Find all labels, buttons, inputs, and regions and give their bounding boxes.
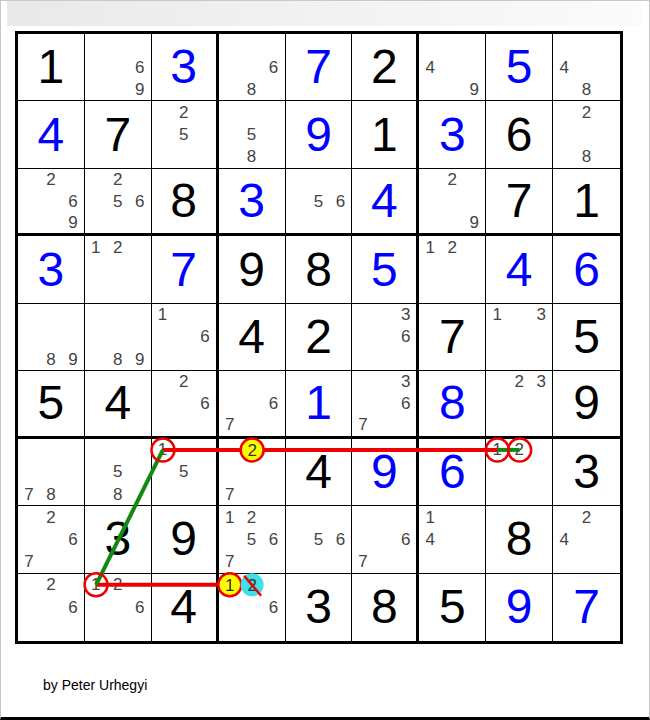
cell-r9c3[interactable]: 4 xyxy=(152,574,219,641)
cell-value: 6 xyxy=(506,111,533,159)
cell-r7c3[interactable]: 15 xyxy=(152,439,219,506)
candidate-9 xyxy=(395,414,416,435)
candidate-9 xyxy=(395,348,416,370)
candidate-7 xyxy=(18,619,40,641)
cell-r5c6[interactable]: 36 xyxy=(352,304,419,371)
cell-r3c5[interactable]: 56 xyxy=(286,169,353,236)
candidate-9: 9 xyxy=(62,348,84,370)
cell-value: 9 xyxy=(573,379,600,427)
candidate-4: 4 xyxy=(419,56,441,78)
candidate-2 xyxy=(441,34,463,56)
cell-value: 7 xyxy=(439,313,466,361)
cell-r7c6[interactable]: 9 xyxy=(352,439,419,506)
candidate-7 xyxy=(486,414,508,435)
candidate-9 xyxy=(129,619,151,641)
cell-r1c3[interactable]: 3 xyxy=(152,34,219,101)
cell-r9c4[interactable]: 6 xyxy=(219,574,286,641)
cell-value: 5 xyxy=(439,583,466,631)
cell-value: 3 xyxy=(439,111,466,159)
cell-r3c8[interactable]: 7 xyxy=(486,169,553,236)
cell-value: 3 xyxy=(573,448,600,496)
cell-r8c3[interactable]: 9 xyxy=(152,506,219,573)
candidate-5: 5 xyxy=(308,528,330,550)
candidate-6 xyxy=(530,393,552,414)
cell-r7c5[interactable]: 4 xyxy=(286,439,353,506)
candidate-8 xyxy=(508,483,530,505)
cell-r5c3[interactable]: 16 xyxy=(152,304,219,371)
cell-value: 7 xyxy=(506,177,533,225)
cell-r4c8[interactable]: 4 xyxy=(486,236,553,303)
cell-value: 8 xyxy=(439,379,466,427)
candidate-1 xyxy=(18,574,40,596)
candidate-8 xyxy=(374,550,395,572)
cell-r8c1[interactable]: 267 xyxy=(18,506,85,573)
candidate-6 xyxy=(598,124,620,146)
cell-r8c4[interactable]: 12567 xyxy=(219,506,286,573)
cell-r3c6[interactable]: 4 xyxy=(352,169,419,236)
candidate-9 xyxy=(329,550,351,572)
candidate-3 xyxy=(194,304,215,326)
cell-r1c7[interactable]: 49 xyxy=(419,34,486,101)
cell-r7c1[interactable]: 78 xyxy=(18,439,85,506)
candidate-3 xyxy=(129,304,151,326)
cell-r2c2[interactable]: 7 xyxy=(85,101,152,168)
candidate-9: 9 xyxy=(129,78,151,100)
cell-r6c4[interactable]: 67 xyxy=(219,371,286,438)
cell-r5c1[interactable]: 89 xyxy=(18,304,85,371)
candidate-1 xyxy=(553,506,575,528)
candidate-3 xyxy=(62,439,84,461)
candidate-7 xyxy=(152,348,173,370)
candidate-8 xyxy=(241,414,263,435)
candidate-grid: 15 xyxy=(152,439,216,505)
candidate-3 xyxy=(129,34,151,56)
candidate-8 xyxy=(40,550,62,572)
candidate-1: 1 xyxy=(419,236,441,258)
candidate-2: 2 xyxy=(575,101,597,123)
candidate-7 xyxy=(553,550,575,572)
candidate-2 xyxy=(308,169,330,190)
candidate-8 xyxy=(441,550,463,572)
candidate-7: 7 xyxy=(352,550,373,572)
candidate-9 xyxy=(194,146,215,168)
cell-value: 1 xyxy=(371,111,398,159)
candidate-7: 7 xyxy=(18,550,40,572)
cell-r3c7[interactable]: 29 xyxy=(419,169,486,236)
cell-r4c6[interactable]: 5 xyxy=(352,236,419,303)
cell-r2c1[interactable]: 4 xyxy=(18,101,85,168)
candidate-grid: 269 xyxy=(18,169,84,233)
candidate-5 xyxy=(374,393,395,414)
candidate-5 xyxy=(508,461,530,483)
cell-value: 8 xyxy=(506,515,533,563)
candidate-2: 2 xyxy=(508,439,530,461)
candidate-4: 4 xyxy=(419,528,441,550)
candidate-grid: 58 xyxy=(85,439,151,505)
cell-r1c2[interactable]: 69 xyxy=(85,34,152,101)
candidate-8: 8 xyxy=(107,483,129,505)
cell-r5c5[interactable]: 2 xyxy=(286,304,353,371)
candidate-3 xyxy=(263,371,285,392)
candidate-2 xyxy=(241,574,263,596)
cell-value: 5 xyxy=(506,43,533,91)
candidate-grid: 89 xyxy=(85,304,151,370)
candidate-grid: 367 xyxy=(352,371,416,435)
candidate-3 xyxy=(62,506,84,528)
candidate-8: 8 xyxy=(241,146,263,168)
candidate-2 xyxy=(441,506,463,528)
candidate-1 xyxy=(85,169,107,190)
candidate-7 xyxy=(18,212,40,233)
cell-r7c9[interactable]: 3 xyxy=(553,439,620,506)
candidate-5 xyxy=(575,56,597,78)
candidate-4 xyxy=(486,326,508,348)
cell-value: 8 xyxy=(305,246,332,294)
candidate-1 xyxy=(219,439,241,461)
candidate-5 xyxy=(107,326,129,348)
candidate-9 xyxy=(263,483,285,505)
candidate-9: 9 xyxy=(463,78,485,100)
candidate-2 xyxy=(107,439,129,461)
cell-r6c2[interactable]: 4 xyxy=(85,371,152,438)
cell-r6c7[interactable]: 8 xyxy=(419,371,486,438)
candidate-1 xyxy=(219,34,241,56)
cell-r2c6[interactable]: 1 xyxy=(352,101,419,168)
candidate-4 xyxy=(352,528,373,550)
candidate-4 xyxy=(286,190,308,211)
cell-r6c8[interactable]: 23 xyxy=(486,371,553,438)
candidate-5: 5 xyxy=(107,190,129,211)
candidate-9 xyxy=(329,212,351,233)
cell-r4c1[interactable]: 3 xyxy=(18,236,85,303)
cell-r5c2[interactable]: 89 xyxy=(85,304,152,371)
candidate-5 xyxy=(241,56,263,78)
cell-r1c9[interactable]: 48 xyxy=(553,34,620,101)
candidate-8 xyxy=(575,550,597,572)
cell-r2c3[interactable]: 25 xyxy=(152,101,219,168)
candidate-1 xyxy=(18,169,40,190)
cell-r9c6[interactable]: 8 xyxy=(352,574,419,641)
candidate-grid: 29 xyxy=(419,169,485,233)
candidate-6 xyxy=(62,326,84,348)
cell-r2c8[interactable]: 6 xyxy=(486,101,553,168)
candidate-grid: 7 xyxy=(219,439,285,505)
candidate-1 xyxy=(85,439,107,461)
candidate-4 xyxy=(219,124,241,146)
candidate-4 xyxy=(85,596,107,618)
candidate-3 xyxy=(263,574,285,596)
candidate-3 xyxy=(194,439,215,461)
cell-r8c9[interactable]: 24 xyxy=(553,506,620,573)
cell-r4c2[interactable]: 12 xyxy=(85,236,152,303)
candidate-9 xyxy=(395,550,416,572)
candidate-3 xyxy=(263,439,285,461)
candidate-9 xyxy=(62,550,84,572)
candidate-4 xyxy=(85,56,107,78)
candidate-2: 2 xyxy=(441,169,463,190)
candidate-grid: 12 xyxy=(486,439,552,505)
candidate-9 xyxy=(263,78,285,100)
cell-r7c4[interactable]: 7 xyxy=(219,439,286,506)
candidate-6 xyxy=(598,56,620,78)
candidate-3: 3 xyxy=(395,304,416,326)
cell-value: 8 xyxy=(170,177,197,225)
candidate-9 xyxy=(263,619,285,641)
candidate-5: 5 xyxy=(241,124,263,146)
candidate-9 xyxy=(598,550,620,572)
cell-r5c8[interactable]: 13 xyxy=(486,304,553,371)
cell-r7c8[interactable]: 12 xyxy=(486,439,553,506)
candidate-2 xyxy=(575,34,597,56)
cell-r4c7[interactable]: 12 xyxy=(419,236,486,303)
candidate-9 xyxy=(194,483,215,505)
cell-r9c7[interactable]: 5 xyxy=(419,574,486,641)
candidate-1 xyxy=(152,101,173,123)
candidate-4 xyxy=(486,461,508,483)
candidate-5 xyxy=(241,393,263,414)
candidate-6: 6 xyxy=(263,596,285,618)
candidate-3 xyxy=(62,574,84,596)
candidate-5: 5 xyxy=(308,190,330,211)
cell-r6c6[interactable]: 367 xyxy=(352,371,419,438)
candidate-8: 8 xyxy=(107,348,129,370)
cell-value: 9 xyxy=(170,515,197,563)
candidate-grid: 256 xyxy=(85,169,151,233)
candidate-4: 4 xyxy=(553,528,575,550)
candidate-grid: 58 xyxy=(219,101,285,167)
candidate-7: 7 xyxy=(219,483,241,505)
candidate-7 xyxy=(85,483,107,505)
cell-r1c6[interactable]: 2 xyxy=(352,34,419,101)
cell-r2c9[interactable]: 28 xyxy=(553,101,620,168)
candidate-4 xyxy=(85,258,107,280)
candidate-7 xyxy=(85,348,107,370)
cell-value: 4 xyxy=(371,177,398,225)
candidate-8 xyxy=(107,212,129,233)
candidate-7 xyxy=(352,348,373,370)
cell-r2c7[interactable]: 3 xyxy=(419,101,486,168)
candidate-7 xyxy=(85,281,107,303)
candidate-7 xyxy=(553,78,575,100)
candidate-9 xyxy=(263,550,285,572)
candidate-grid: 36 xyxy=(352,304,416,370)
candidate-6: 6 xyxy=(329,190,351,211)
cell-r5c7[interactable]: 7 xyxy=(419,304,486,371)
candidate-grid: 14 xyxy=(419,506,485,572)
candidate-7 xyxy=(553,146,575,168)
cell-value: 4 xyxy=(170,583,197,631)
candidate-1: 1 xyxy=(486,439,508,461)
candidate-3 xyxy=(329,506,351,528)
candidate-1 xyxy=(352,371,373,392)
candidate-5 xyxy=(173,326,194,348)
candidate-grid: 49 xyxy=(419,34,485,100)
cell-r1c4[interactable]: 68 xyxy=(219,34,286,101)
cell-r9c9[interactable]: 7 xyxy=(553,574,620,641)
cell-r7c2[interactable]: 58 xyxy=(85,439,152,506)
candidate-grid: 48 xyxy=(553,34,620,100)
candidate-7 xyxy=(486,348,508,370)
candidate-1 xyxy=(419,34,441,56)
candidate-2: 2 xyxy=(40,169,62,190)
cell-value: 3 xyxy=(104,515,131,563)
candidate-5: 5 xyxy=(173,124,194,146)
cell-r8c5[interactable]: 56 xyxy=(286,506,353,573)
candidate-4 xyxy=(352,326,373,348)
cell-r1c5[interactable]: 7 xyxy=(286,34,353,101)
candidate-3 xyxy=(129,439,151,461)
cell-r8c6[interactable]: 67 xyxy=(352,506,419,573)
candidate-4 xyxy=(486,393,508,414)
cell-value: 6 xyxy=(439,448,466,496)
candidate-6 xyxy=(194,461,215,483)
cell-r3c9[interactable]: 1 xyxy=(553,169,620,236)
candidate-5 xyxy=(374,528,395,550)
candidate-6 xyxy=(129,461,151,483)
cell-r3c2[interactable]: 256 xyxy=(85,169,152,236)
candidate-7 xyxy=(286,550,308,572)
candidate-grid: 56 xyxy=(286,169,352,233)
candidate-4 xyxy=(219,528,241,550)
candidate-9 xyxy=(263,414,285,435)
cell-r1c8[interactable]: 5 xyxy=(486,34,553,101)
candidate-2 xyxy=(107,34,129,56)
candidate-4 xyxy=(85,190,107,211)
candidate-1: 1 xyxy=(419,506,441,528)
cell-value: 8 xyxy=(371,583,398,631)
candidate-1 xyxy=(553,101,575,123)
candidate-1 xyxy=(286,506,308,528)
cell-r9c8[interactable]: 9 xyxy=(486,574,553,641)
candidate-5: 5 xyxy=(107,461,129,483)
cell-r6c5[interactable]: 1 xyxy=(286,371,353,438)
cell-r9c1[interactable]: 26 xyxy=(18,574,85,641)
candidate-2 xyxy=(374,371,395,392)
cell-r4c5[interactable]: 8 xyxy=(286,236,353,303)
candidate-9 xyxy=(463,281,485,303)
candidate-4 xyxy=(219,596,241,618)
cell-r4c4[interactable]: 9 xyxy=(219,236,286,303)
candidate-4 xyxy=(85,326,107,348)
candidate-5 xyxy=(508,326,530,348)
candidate-1: 1 xyxy=(152,304,173,326)
candidate-9: 9 xyxy=(129,348,151,370)
candidate-8 xyxy=(40,212,62,233)
candidate-9 xyxy=(62,619,84,641)
candidate-6 xyxy=(463,258,485,280)
candidate-6 xyxy=(129,258,151,280)
candidate-9: 9 xyxy=(62,212,84,233)
candidate-1 xyxy=(18,304,40,326)
cell-r4c9[interactable]: 6 xyxy=(553,236,620,303)
candidate-3 xyxy=(329,169,351,190)
cell-r4c3[interactable]: 7 xyxy=(152,236,219,303)
candidate-9 xyxy=(263,146,285,168)
candidate-5 xyxy=(40,596,62,618)
cell-r5c4[interactable]: 4 xyxy=(219,304,286,371)
candidate-7 xyxy=(419,281,441,303)
candidate-grid: 67 xyxy=(219,371,285,435)
candidate-9 xyxy=(598,78,620,100)
cell-r3c1[interactable]: 269 xyxy=(18,169,85,236)
candidate-4 xyxy=(419,258,441,280)
cell-r1c1[interactable]: 1 xyxy=(18,34,85,101)
cell-r7c7[interactable]: 6 xyxy=(419,439,486,506)
candidate-4 xyxy=(152,461,173,483)
candidate-3: 3 xyxy=(395,371,416,392)
cell-r3c4[interactable]: 3 xyxy=(219,169,286,236)
candidate-6 xyxy=(530,326,552,348)
candidate-7 xyxy=(419,212,441,233)
candidate-5 xyxy=(441,190,463,211)
candidate-6: 6 xyxy=(395,326,416,348)
candidate-7 xyxy=(219,146,241,168)
candidate-5 xyxy=(441,56,463,78)
candidate-5 xyxy=(107,56,129,78)
cell-r9c2[interactable]: 126 xyxy=(85,574,152,641)
candidate-2: 2 xyxy=(107,574,129,596)
cell-r8c2[interactable]: 3 xyxy=(85,506,152,573)
candidate-9 xyxy=(598,146,620,168)
candidate-6: 6 xyxy=(263,528,285,550)
candidate-4 xyxy=(152,326,173,348)
candidate-5 xyxy=(40,190,62,211)
candidate-4 xyxy=(18,326,40,348)
candidate-8: 8 xyxy=(40,348,62,370)
cell-r6c3[interactable]: 26 xyxy=(152,371,219,438)
cell-r8c8[interactable]: 8 xyxy=(486,506,553,573)
cell-r3c3[interactable]: 8 xyxy=(152,169,219,236)
candidate-8 xyxy=(241,483,263,505)
candidate-8 xyxy=(508,348,530,370)
candidate-2 xyxy=(173,439,194,461)
candidate-9 xyxy=(129,281,151,303)
candidate-3: 3 xyxy=(530,304,552,326)
cell-r2c4[interactable]: 58 xyxy=(219,101,286,168)
candidate-3 xyxy=(263,34,285,56)
cell-value: 4 xyxy=(506,246,533,294)
candidate-2 xyxy=(107,304,129,326)
cell-r6c9[interactable]: 9 xyxy=(553,371,620,438)
candidate-1 xyxy=(18,506,40,528)
candidate-7 xyxy=(419,78,441,100)
candidate-4 xyxy=(553,124,575,146)
cell-value: 9 xyxy=(238,246,265,294)
candidate-9 xyxy=(62,483,84,505)
candidate-8 xyxy=(441,212,463,233)
cell-r2c5[interactable]: 9 xyxy=(286,101,353,168)
cell-value: 2 xyxy=(371,43,398,91)
candidate-3 xyxy=(129,169,151,190)
sudoku-board: 1693687249548472558913628269256835642971… xyxy=(15,31,623,644)
candidate-2: 2 xyxy=(441,236,463,258)
candidate-1 xyxy=(286,169,308,190)
candidate-4 xyxy=(18,461,40,483)
candidate-5 xyxy=(40,326,62,348)
candidate-4 xyxy=(18,596,40,618)
candidate-8 xyxy=(107,78,129,100)
cell-r8c7[interactable]: 14 xyxy=(419,506,486,573)
candidate-1: 1 xyxy=(219,506,241,528)
candidate-8 xyxy=(107,281,129,303)
cell-r5c9[interactable]: 5 xyxy=(553,304,620,371)
candidate-1 xyxy=(85,34,107,56)
candidate-3 xyxy=(263,506,285,528)
cell-r6c1[interactable]: 5 xyxy=(18,371,85,438)
candidate-5 xyxy=(241,596,263,618)
candidate-3 xyxy=(194,371,215,392)
cell-r9c5[interactable]: 3 xyxy=(286,574,353,641)
